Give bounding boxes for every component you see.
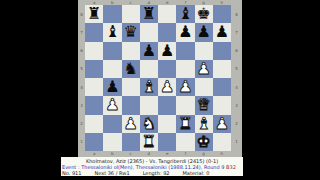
square-f8: ♝ [176,5,194,23]
square-g2: ♝ [195,115,213,133]
square-a5 [85,60,103,78]
square-c7: ♛ [122,23,140,41]
coord-label-2: 2 [78,115,85,133]
square-g8: ♚ [195,5,213,23]
stats-line: No. 911 Next 36 / Rw1 Length: 92 Materia… [61,170,243,176]
black-pawn-h7: ♟ [215,23,229,41]
square-g4 [195,78,213,96]
square-h1 [213,133,231,151]
square-c6 [122,42,140,60]
square-c3 [122,96,140,114]
white-queen-g3: ♛ [196,96,210,114]
white-bishop-d4: ♝ [142,78,156,96]
square-b6 [103,42,121,60]
coord-label-6: 6 [231,42,242,60]
rank-labels-left: 87654321 [78,5,85,151]
game-length: Length: 92 [143,170,170,176]
coord-label-5: 5 [231,60,242,78]
square-g1: ♚ [195,133,213,151]
square-e7 [158,23,176,41]
black-pawn-d6: ♟ [142,42,156,60]
coord-label-2: 2 [231,115,242,133]
black-rook-d8: ♜ [142,5,156,23]
square-b5 [103,60,121,78]
white-rook-f2: ♜ [178,115,192,133]
square-b4: ♟ [103,78,121,96]
square-f4: ♟ [176,78,194,96]
game-number: No. 911 [62,170,81,176]
white-pawn-f4: ♟ [178,78,192,96]
white-pawn-b3: ♟ [105,96,119,114]
square-f1 [176,133,194,151]
square-b3: ♟ [103,96,121,114]
square-a1 [85,133,103,151]
square-g5: ♟ [195,60,213,78]
square-d8: ♜ [140,5,158,23]
square-d5 [140,60,158,78]
white-pawn-e4: ♟ [160,78,174,96]
square-a3 [85,96,103,114]
square-f6 [176,42,194,60]
square-d4: ♝ [140,78,158,96]
square-e1 [158,133,176,151]
square-f7: ♟ [176,23,194,41]
square-b2 [103,115,121,133]
square-a7 [85,23,103,41]
coord-label-1: 1 [231,133,242,151]
square-f5 [176,60,194,78]
coord-label-1: 1 [78,133,85,151]
square-a2 [85,115,103,133]
black-knight-c5: ♞ [123,60,137,78]
square-a6 [85,42,103,60]
square-h7: ♟ [213,23,231,41]
black-queen-c7: ♛ [123,23,137,41]
square-h4 [213,78,231,96]
square-f2: ♜ [176,115,194,133]
square-a4 [85,78,103,96]
square-e8 [158,5,176,23]
square-d6: ♟ [140,42,158,60]
rank-labels-right: 87654321 [231,5,242,151]
square-b8 [103,5,121,23]
square-g6 [195,42,213,60]
black-bishop-f8: ♝ [178,5,192,23]
square-d7 [140,23,158,41]
black-pawn-g7: ♟ [196,23,210,41]
square-e2 [158,115,176,133]
white-pawn-g5: ♟ [196,60,210,78]
coord-label-4: 4 [78,78,85,96]
square-e6: ♟ [158,42,176,60]
coord-label-7: 7 [231,23,242,41]
square-d3 [140,96,158,114]
square-c2: ♟ [122,115,140,133]
square-h8 [213,5,231,23]
square-e4: ♟ [158,78,176,96]
square-h5 [213,60,231,78]
coord-label-8: 8 [78,5,85,23]
coord-label-4: 4 [231,78,242,96]
white-king-g1: ♚ [196,133,210,151]
coord-label-5: 5 [78,60,85,78]
coord-label-3: 3 [78,96,85,114]
black-bishop-b7: ♝ [105,23,119,41]
coord-label-7: 7 [78,23,85,41]
square-g7: ♟ [195,23,213,41]
black-rook-a8: ♜ [87,5,101,23]
white-pawn-c2: ♟ [123,115,137,133]
white-knight-d2: ♞ [142,115,156,133]
square-c1 [122,133,140,151]
coord-label-3: 3 [231,96,242,114]
board-panel: abcdefgh 87654321 ♜♜♝♚♝♛♟♟♟♟♟♞♟♟♝♟♟♟♛♟♞♜… [78,0,242,157]
square-h6 [213,42,231,60]
black-pawn-e6: ♟ [160,42,174,60]
square-g3: ♛ [195,96,213,114]
square-h3 [213,96,231,114]
chess-board: ♜♜♝♚♝♛♟♟♟♟♟♞♟♟♝♟♟♟♛♟♞♜♝♟♜♚ [85,5,231,151]
eco-code: B32 [226,164,236,170]
square-h2: ♟ [213,115,231,133]
square-a8: ♜ [85,5,103,23]
white-rook-d1: ♜ [142,133,156,151]
black-king-g8: ♚ [196,5,210,23]
square-c4 [122,78,140,96]
coord-label-8: 8 [231,5,242,23]
square-e5 [158,60,176,78]
square-c8 [122,5,140,23]
square-f3 [176,96,194,114]
square-e3 [158,96,176,114]
black-pawn-f7: ♟ [178,23,192,41]
next-move: Next 36 / Rw1 [94,170,129,176]
white-pawn-h2: ♟ [215,115,229,133]
square-b7: ♝ [103,23,121,41]
black-pawn-b4: ♟ [105,78,119,96]
square-d2: ♞ [140,115,158,133]
caption-panel: Kholmatov, Aziz (2365) - Vs. Tangriberdi… [61,157,243,176]
square-d1: ♜ [140,133,158,151]
square-b1 [103,133,121,151]
square-c5: ♞ [122,60,140,78]
material-balance: Material: 0 [183,170,210,176]
white-bishop-g2: ♝ [196,115,210,133]
coord-label-6: 6 [78,42,85,60]
